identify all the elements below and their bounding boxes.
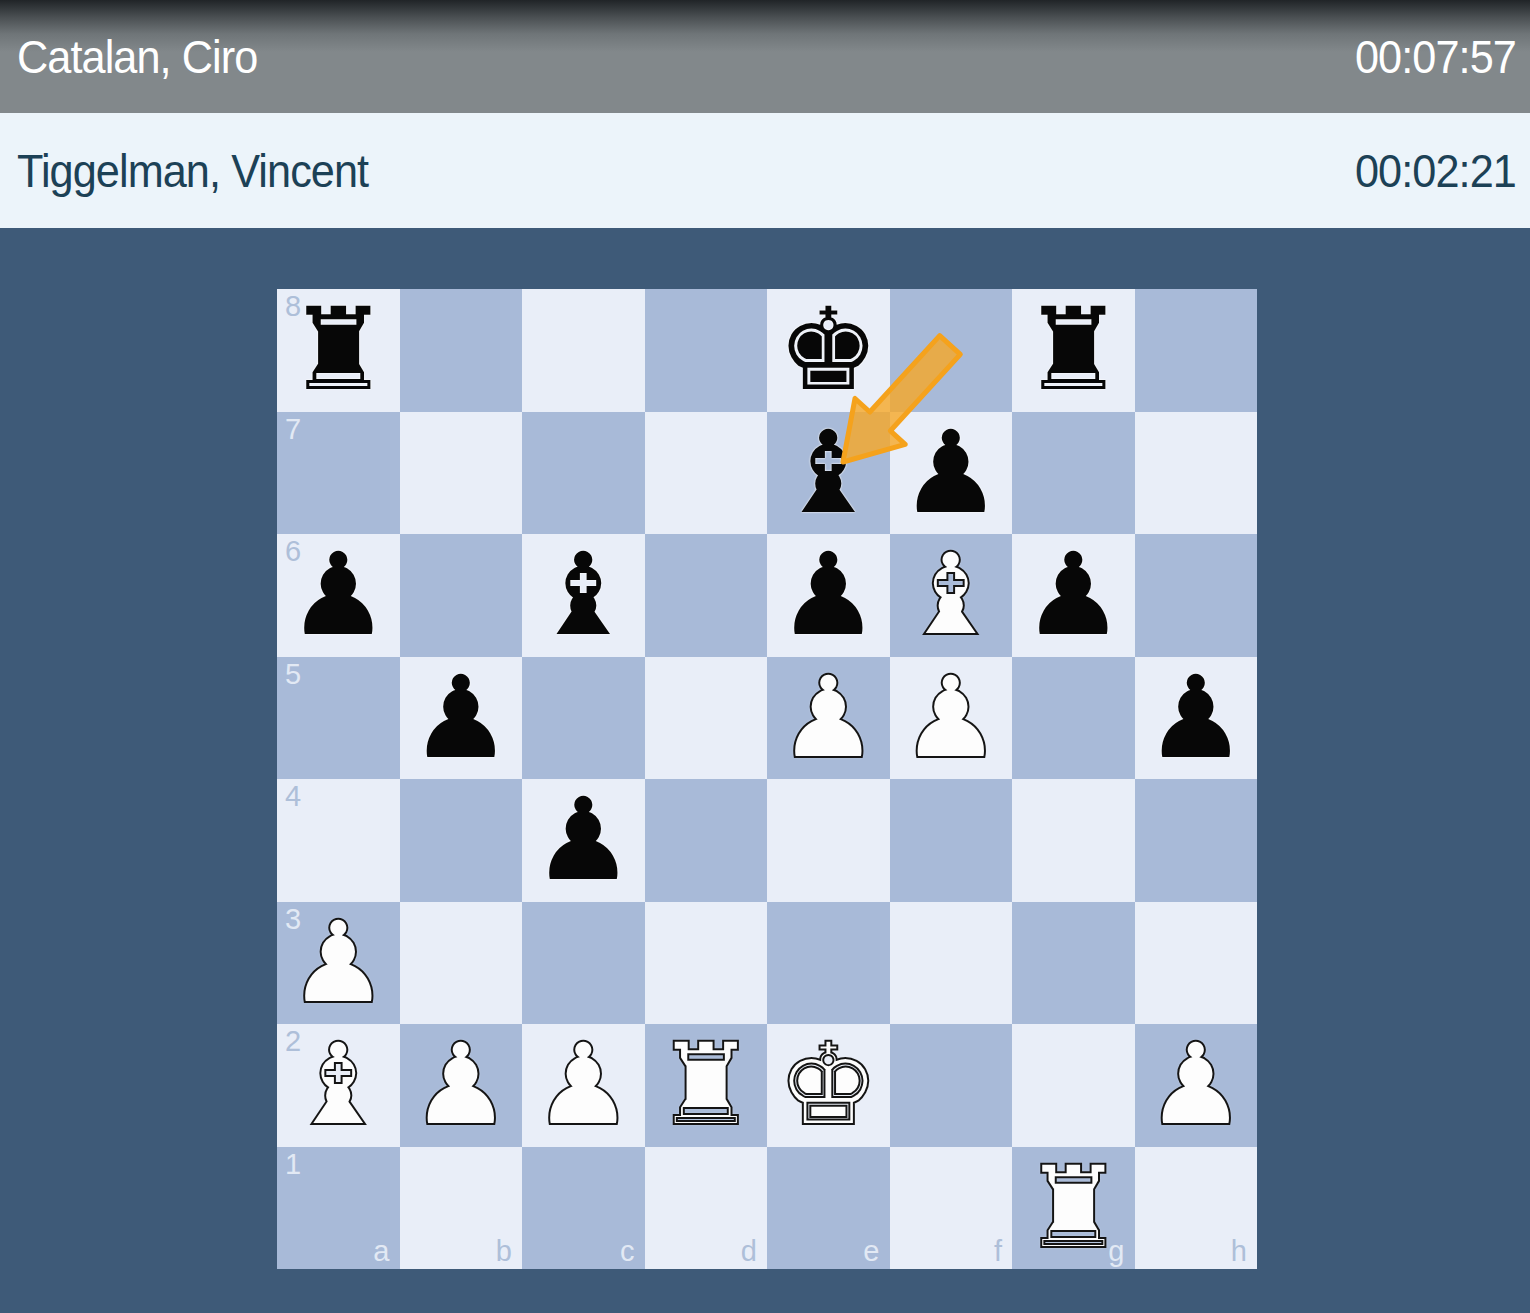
white-pawn-piece[interactable]: ♟ — [777, 661, 879, 775]
file-label-b: b — [496, 1237, 512, 1266]
square-b8[interactable] — [400, 289, 523, 412]
player-top-name: Catalan, Ciro — [17, 29, 257, 84]
square-f3[interactable] — [890, 902, 1013, 1025]
square-b3[interactable] — [400, 902, 523, 1025]
square-g3[interactable] — [1012, 902, 1135, 1025]
square-a8[interactable]: 8♜ — [277, 289, 400, 412]
file-label-f: f — [994, 1237, 1002, 1266]
square-h4[interactable] — [1135, 779, 1258, 902]
square-b4[interactable] — [400, 779, 523, 902]
square-f7[interactable]: ♟ — [890, 412, 1013, 535]
white-pawn-piece[interactable]: ♟ — [287, 906, 389, 1020]
square-f1[interactable]: f — [890, 1147, 1013, 1270]
square-h2[interactable]: ♟ — [1135, 1024, 1258, 1147]
square-g5[interactable] — [1012, 657, 1135, 780]
white-rook-piece[interactable]: ♜ — [655, 1028, 757, 1142]
square-c2[interactable]: ♟ — [522, 1024, 645, 1147]
square-c8[interactable] — [522, 289, 645, 412]
square-g8[interactable]: ♜ — [1012, 289, 1135, 412]
square-h3[interactable] — [1135, 902, 1258, 1025]
square-b6[interactable] — [400, 534, 523, 657]
square-h7[interactable] — [1135, 412, 1258, 535]
rank-label-7: 7 — [285, 415, 301, 444]
square-d6[interactable] — [645, 534, 768, 657]
square-d8[interactable] — [645, 289, 768, 412]
square-h1[interactable]: h — [1135, 1147, 1258, 1270]
black-pawn-piece[interactable]: ♟ — [777, 538, 879, 652]
square-b2[interactable]: ♟ — [400, 1024, 523, 1147]
square-d7[interactable] — [645, 412, 768, 535]
square-a6[interactable]: 6♟ — [277, 534, 400, 657]
square-f6[interactable]: ♝ — [890, 534, 1013, 657]
square-a2[interactable]: 2♝ — [277, 1024, 400, 1147]
square-f8[interactable] — [890, 289, 1013, 412]
square-g1[interactable]: g♜ — [1012, 1147, 1135, 1270]
chess-board: 8♜♚♜7♝♟6♟♝♟♝♟5♟♟♟♟4♟3♟2♝♟♟♜♚♟1abcdefg♜h — [277, 289, 1257, 1269]
square-e2[interactable]: ♚ — [767, 1024, 890, 1147]
player-top-clock: 00:07:57 — [1355, 29, 1516, 84]
black-bishop-piece[interactable]: ♝ — [777, 416, 879, 530]
square-d5[interactable] — [645, 657, 768, 780]
square-a1[interactable]: 1a — [277, 1147, 400, 1270]
square-g6[interactable]: ♟ — [1012, 534, 1135, 657]
file-label-e: e — [863, 1237, 879, 1266]
square-c1[interactable]: c — [522, 1147, 645, 1270]
player-bottom-name: Tiggelman, Vincent — [17, 143, 368, 198]
square-g2[interactable] — [1012, 1024, 1135, 1147]
square-h6[interactable] — [1135, 534, 1258, 657]
black-pawn-piece[interactable]: ♟ — [532, 783, 634, 897]
rank-label-6: 6 — [285, 537, 301, 566]
square-e1[interactable]: e — [767, 1147, 890, 1270]
black-pawn-piece[interactable]: ♟ — [1145, 661, 1247, 775]
rank-label-3: 3 — [285, 905, 301, 934]
square-c3[interactable] — [522, 902, 645, 1025]
black-bishop-piece[interactable]: ♝ — [532, 538, 634, 652]
white-king-piece[interactable]: ♚ — [777, 1028, 879, 1142]
file-label-g: g — [1108, 1237, 1124, 1266]
rank-label-1: 1 — [285, 1150, 301, 1179]
black-pawn-piece[interactable]: ♟ — [410, 661, 512, 775]
black-rook-piece[interactable]: ♜ — [287, 293, 389, 407]
square-a5[interactable]: 5 — [277, 657, 400, 780]
square-e8[interactable]: ♚ — [767, 289, 890, 412]
white-bishop-piece[interactable]: ♝ — [287, 1028, 389, 1142]
file-label-d: d — [741, 1237, 757, 1266]
white-pawn-piece[interactable]: ♟ — [900, 661, 1002, 775]
player-bottom-bar: Tiggelman, Vincent 00:02:21 — [0, 113, 1530, 228]
square-e5[interactable]: ♟ — [767, 657, 890, 780]
black-pawn-piece[interactable]: ♟ — [1022, 538, 1124, 652]
rank-label-5: 5 — [285, 660, 301, 689]
square-e7[interactable]: ♝ — [767, 412, 890, 535]
square-c6[interactable]: ♝ — [522, 534, 645, 657]
square-e6[interactable]: ♟ — [767, 534, 890, 657]
black-pawn-piece[interactable]: ♟ — [900, 416, 1002, 530]
square-b1[interactable]: b — [400, 1147, 523, 1270]
player-top-bar: Catalan, Ciro 00:07:57 — [0, 0, 1530, 113]
square-g4[interactable] — [1012, 779, 1135, 902]
square-f5[interactable]: ♟ — [890, 657, 1013, 780]
square-d4[interactable] — [645, 779, 768, 902]
square-d1[interactable]: d — [645, 1147, 768, 1270]
square-c4[interactable]: ♟ — [522, 779, 645, 902]
square-e4[interactable] — [767, 779, 890, 902]
white-bishop-piece[interactable]: ♝ — [900, 538, 1002, 652]
rank-label-8: 8 — [285, 292, 301, 321]
file-label-h: h — [1231, 1237, 1247, 1266]
file-label-c: c — [620, 1237, 635, 1266]
black-pawn-piece[interactable]: ♟ — [287, 538, 389, 652]
white-pawn-piece[interactable]: ♟ — [532, 1028, 634, 1142]
square-g7[interactable] — [1012, 412, 1135, 535]
square-f2[interactable] — [890, 1024, 1013, 1147]
square-c5[interactable] — [522, 657, 645, 780]
square-h5[interactable]: ♟ — [1135, 657, 1258, 780]
file-label-a: a — [373, 1237, 389, 1266]
square-e3[interactable] — [767, 902, 890, 1025]
white-pawn-piece[interactable]: ♟ — [410, 1028, 512, 1142]
square-h8[interactable] — [1135, 289, 1258, 412]
square-a4[interactable]: 4 — [277, 779, 400, 902]
square-a7[interactable]: 7 — [277, 412, 400, 535]
square-b7[interactable] — [400, 412, 523, 535]
white-pawn-piece[interactable]: ♟ — [1145, 1028, 1247, 1142]
square-b5[interactable]: ♟ — [400, 657, 523, 780]
square-c7[interactable] — [522, 412, 645, 535]
rank-label-4: 4 — [285, 782, 301, 811]
player-bottom-clock: 00:02:21 — [1355, 143, 1516, 198]
square-d2[interactable]: ♜ — [645, 1024, 768, 1147]
square-f4[interactable] — [890, 779, 1013, 902]
board-area: 8♜♚♜7♝♟6♟♝♟♝♟5♟♟♟♟4♟3♟2♝♟♟♜♚♟1abcdefg♜h — [0, 228, 1530, 1313]
black-king-piece[interactable]: ♚ — [777, 293, 879, 407]
square-a3[interactable]: 3♟ — [277, 902, 400, 1025]
black-rook-piece[interactable]: ♜ — [1022, 293, 1124, 407]
rank-label-2: 2 — [285, 1027, 301, 1056]
square-d3[interactable] — [645, 902, 768, 1025]
